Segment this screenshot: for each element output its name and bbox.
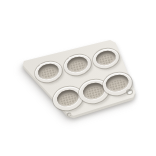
- corner-hole: [67, 112, 72, 116]
- mold-cavity: [61, 52, 92, 78]
- cavity-opening: [36, 62, 59, 81]
- cavity-opening: [65, 55, 88, 74]
- cavity-layer: [0, 0, 156, 156]
- cavity-opening: [95, 48, 118, 66]
- cavity-opening: [104, 73, 129, 94]
- product-photo: [0, 0, 156, 156]
- mold-cavity: [91, 46, 121, 71]
- mold-cavity: [32, 59, 63, 85]
- cavity-opening: [55, 87, 81, 109]
